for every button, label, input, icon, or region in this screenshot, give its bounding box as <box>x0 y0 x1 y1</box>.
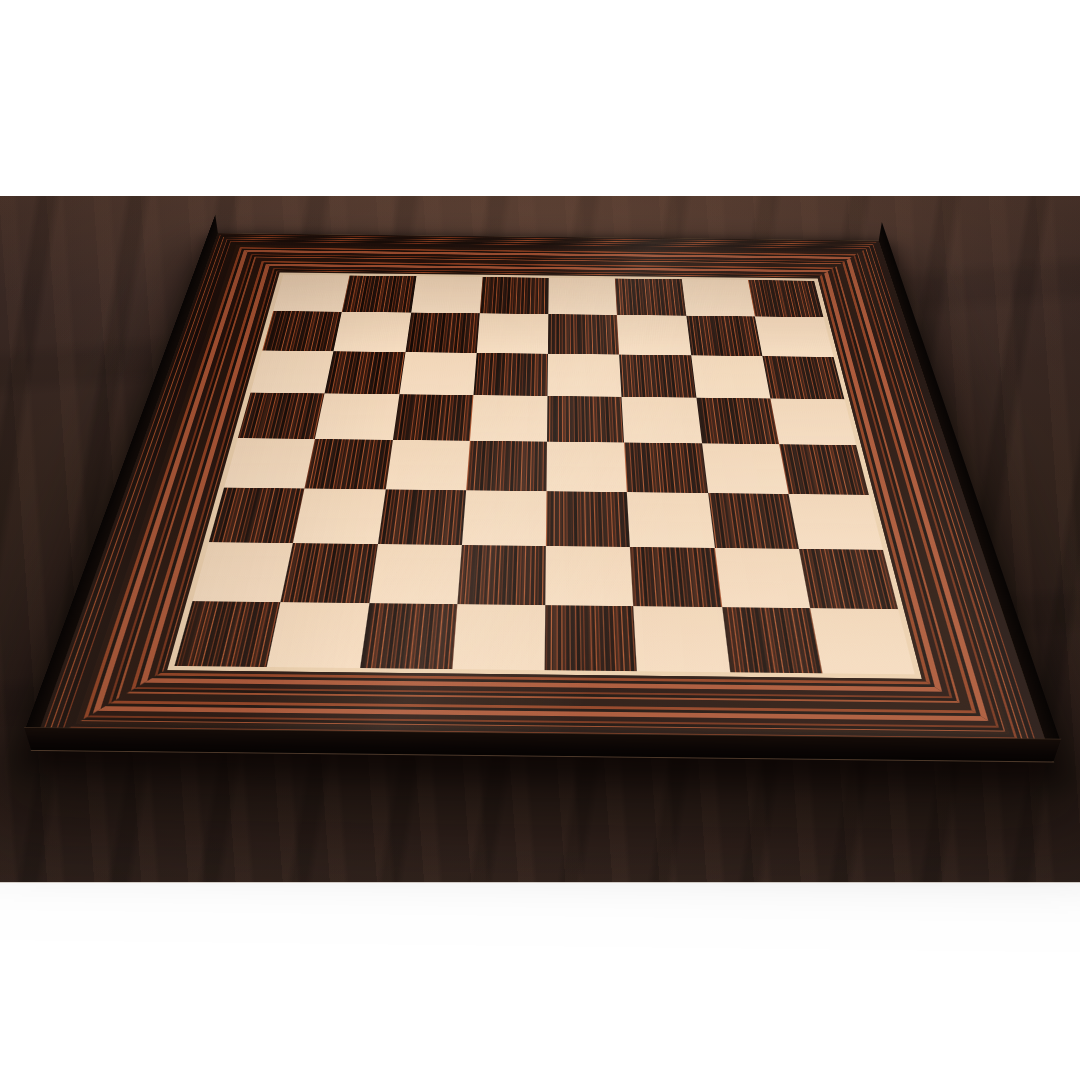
square[interactable] <box>334 312 411 352</box>
square[interactable] <box>238 392 325 439</box>
square[interactable] <box>473 353 548 396</box>
square[interactable] <box>411 276 483 313</box>
square[interactable] <box>770 398 856 445</box>
square[interactable] <box>405 313 479 353</box>
square[interactable] <box>399 352 476 395</box>
square[interactable] <box>360 603 458 669</box>
square[interactable] <box>545 605 638 671</box>
square[interactable] <box>315 393 399 440</box>
square[interactable] <box>681 279 754 316</box>
square[interactable] <box>686 316 762 356</box>
square[interactable] <box>470 395 548 442</box>
square[interactable] <box>622 397 702 444</box>
white-backdrop-bottom <box>0 882 1080 1080</box>
square[interactable] <box>452 604 545 670</box>
square[interactable] <box>546 442 627 493</box>
square[interactable] <box>273 275 349 312</box>
square[interactable] <box>548 314 619 354</box>
square[interactable] <box>546 491 630 546</box>
square[interactable] <box>779 444 869 495</box>
chess-board <box>31 233 1054 763</box>
square[interactable] <box>267 602 369 668</box>
square[interactable] <box>810 608 915 674</box>
square[interactable] <box>251 350 334 393</box>
square[interactable] <box>722 607 823 673</box>
square[interactable] <box>624 443 707 494</box>
square[interactable] <box>619 354 696 397</box>
square[interactable] <box>293 489 385 544</box>
maple-fillet <box>167 272 922 678</box>
square[interactable] <box>547 396 624 443</box>
white-backdrop-top <box>0 0 1080 196</box>
square[interactable] <box>385 440 469 491</box>
square[interactable] <box>633 606 729 672</box>
square[interactable] <box>691 355 770 398</box>
square[interactable] <box>342 276 416 313</box>
square[interactable] <box>617 315 691 355</box>
square[interactable] <box>325 351 405 394</box>
square[interactable] <box>174 601 280 667</box>
photo-canvas <box>0 0 1080 1080</box>
square[interactable] <box>547 353 621 396</box>
square[interactable] <box>748 280 824 317</box>
playing-field <box>174 275 914 675</box>
square[interactable] <box>224 438 315 489</box>
square[interactable] <box>696 397 779 444</box>
square[interactable] <box>262 311 342 351</box>
square[interactable] <box>392 394 473 441</box>
square[interactable] <box>702 443 789 494</box>
square[interactable] <box>305 439 393 490</box>
square[interactable] <box>477 313 549 353</box>
square[interactable] <box>466 441 547 492</box>
square[interactable] <box>548 278 617 315</box>
square[interactable] <box>762 356 844 399</box>
square[interactable] <box>615 279 686 316</box>
square[interactable] <box>755 317 834 357</box>
square[interactable] <box>480 277 549 314</box>
